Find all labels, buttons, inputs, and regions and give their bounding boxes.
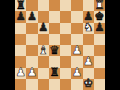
square-b4[interactable] (26, 45, 37, 56)
pillarbox-right (105, 0, 120, 90)
square-c8[interactable] (38, 0, 49, 11)
black-pawn-icon: ♟ (83, 11, 94, 23)
square-d5[interactable] (49, 34, 60, 45)
square-d8[interactable] (49, 0, 60, 11)
square-b6[interactable] (26, 23, 37, 34)
square-g7[interactable]: ♟ (83, 11, 94, 22)
square-c7[interactable] (38, 11, 49, 22)
square-d4[interactable]: ♛ (49, 45, 60, 56)
square-g5[interactable] (83, 34, 94, 45)
square-a2[interactable]: ♟ (15, 68, 26, 79)
square-e3[interactable] (60, 56, 71, 67)
square-b8[interactable] (26, 0, 37, 11)
square-a8[interactable]: ♜ (15, 0, 26, 11)
white-knight-icon: ♞ (83, 22, 94, 34)
square-b7[interactable]: ♟ (26, 11, 37, 22)
square-g2[interactable] (83, 68, 94, 79)
square-a7[interactable]: ♟ (15, 11, 26, 22)
square-c2[interactable] (38, 68, 49, 79)
white-pawn-icon: ♟ (71, 45, 82, 57)
square-h6[interactable]: ♟ (94, 23, 105, 34)
white-pawn-icon: ♟ (26, 67, 37, 79)
square-e5[interactable] (60, 34, 71, 45)
square-e7[interactable] (60, 11, 71, 22)
square-h5[interactable] (94, 34, 105, 45)
black-queen-icon: ♛ (49, 45, 60, 57)
square-d1[interactable] (49, 79, 60, 90)
square-g4[interactable] (83, 45, 94, 56)
square-e4[interactable] (60, 45, 71, 56)
square-b3[interactable] (26, 56, 37, 67)
chess-app-screen: ♜♜♟♟♟♚♟♞♟♝♛♟♟♟♟♜♟♚ (0, 0, 120, 90)
black-pawn-icon: ♟ (38, 22, 49, 34)
white-rook-icon: ♜ (94, 0, 105, 11)
white-pawn-icon: ♟ (83, 56, 94, 68)
white-pawn-icon: ♟ (15, 67, 26, 79)
square-f7[interactable] (71, 11, 82, 22)
black-king-icon: ♚ (94, 11, 105, 23)
square-f6[interactable] (71, 23, 82, 34)
white-bishop-icon: ♝ (38, 45, 49, 57)
square-e2[interactable] (60, 68, 71, 79)
square-c5[interactable] (38, 34, 49, 45)
square-b2[interactable]: ♟ (26, 68, 37, 79)
black-rook-icon: ♜ (15, 0, 26, 11)
square-d2[interactable]: ♜ (49, 68, 60, 79)
square-c4[interactable]: ♝ (38, 45, 49, 56)
square-d7[interactable] (49, 11, 60, 22)
square-h3[interactable] (94, 56, 105, 67)
square-g1[interactable]: ♚ (83, 79, 94, 90)
square-a5[interactable] (15, 34, 26, 45)
square-d3[interactable] (49, 56, 60, 67)
square-h1[interactable] (94, 79, 105, 90)
square-f8[interactable] (71, 0, 82, 11)
black-rook-icon: ♜ (49, 67, 60, 79)
square-h2[interactable] (94, 68, 105, 79)
square-f4[interactable]: ♟ (71, 45, 82, 56)
square-f2[interactable]: ♟ (71, 68, 82, 79)
square-e1[interactable] (60, 79, 71, 90)
square-g8[interactable] (83, 0, 94, 11)
black-pawn-icon: ♟ (26, 11, 37, 23)
black-pawn-icon: ♟ (15, 11, 26, 23)
square-c1[interactable] (38, 79, 49, 90)
square-g3[interactable]: ♟ (83, 56, 94, 67)
white-pawn-icon: ♟ (71, 67, 82, 79)
square-e8[interactable] (60, 0, 71, 11)
chess-board[interactable]: ♜♜♟♟♟♚♟♞♟♝♛♟♟♟♟♜♟♚ (15, 0, 105, 90)
square-a1[interactable] (15, 79, 26, 90)
square-a3[interactable] (15, 56, 26, 67)
square-a6[interactable] (15, 23, 26, 34)
black-pawn-icon: ♟ (94, 22, 105, 34)
square-b1[interactable] (26, 79, 37, 90)
square-f3[interactable] (71, 56, 82, 67)
square-f1[interactable] (71, 79, 82, 90)
square-g6[interactable]: ♞ (83, 23, 94, 34)
square-b5[interactable] (26, 34, 37, 45)
square-h7[interactable]: ♚ (94, 11, 105, 22)
square-c6[interactable]: ♟ (38, 23, 49, 34)
square-h4[interactable] (94, 45, 105, 56)
white-king-icon: ♚ (83, 79, 94, 90)
pillarbox-left (0, 0, 15, 90)
square-c3[interactable] (38, 56, 49, 67)
square-h8[interactable]: ♜ (94, 0, 105, 11)
square-a4[interactable] (15, 45, 26, 56)
square-e6[interactable] (60, 23, 71, 34)
square-d6[interactable] (49, 23, 60, 34)
square-f5[interactable] (71, 34, 82, 45)
